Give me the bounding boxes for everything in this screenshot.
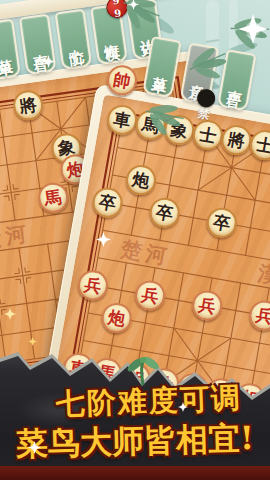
app-screen: 楚河漢界將象炮馬 菜单声音七阶悔棋99让先 楚河漢界車馬象士將士炮卒卒卒兵兵兵兵… [0,0,270,480]
badge-undo-count: 99 [105,0,129,19]
badge-music-muted: 禁 [196,88,217,109]
tab-sound-back[interactable]: 声音 [19,14,57,76]
promo-text-line2: 菜鸟大师皆相宜! [0,416,270,467]
tab-levels[interactable]: 七阶 [55,9,93,71]
tab-undo[interactable]: 悔棋99 [90,4,128,66]
tab-menu-back[interactable]: 菜单 [0,19,21,81]
sparkle-icon [238,14,268,48]
tab-sound[interactable]: 声音 [217,49,257,111]
svg-text:楚河: 楚河 [0,221,32,252]
sprout-figurine-icon [126,352,160,390]
bottom-red-strip [0,466,270,480]
